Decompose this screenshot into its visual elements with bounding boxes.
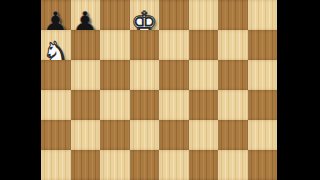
chess-board: ♚♟♟♚♞ [41,0,277,180]
square-f2[interactable] [189,150,219,180]
square-f3[interactable] [189,120,219,150]
square-b6[interactable] [71,30,101,60]
square-h6[interactable] [248,30,278,60]
square-d7[interactable]: ♚ [130,0,160,30]
square-c2[interactable] [100,150,130,180]
square-h7[interactable] [248,0,278,30]
square-c4[interactable] [100,90,130,120]
square-a5[interactable] [41,60,71,90]
square-c6[interactable] [100,30,130,60]
square-b7[interactable]: ♟ [71,0,101,30]
square-e3[interactable] [159,120,189,150]
square-c3[interactable] [100,120,130,150]
square-g6[interactable] [218,30,248,60]
square-d4[interactable] [130,90,160,120]
square-c7[interactable] [100,0,130,30]
square-h4[interactable] [248,90,278,120]
square-d5[interactable] [130,60,160,90]
square-a3[interactable] [41,120,71,150]
square-a6[interactable]: ♞ [41,30,71,60]
square-g7[interactable] [218,0,248,30]
square-g5[interactable] [218,60,248,90]
square-a2[interactable] [41,150,71,180]
letterbox-left [0,0,41,180]
letterbox-right [277,0,320,180]
square-h5[interactable] [248,60,278,90]
thumbnail-canvas: ♚♟♟♚♞ [0,0,320,180]
square-e6[interactable] [159,30,189,60]
square-h2[interactable] [248,150,278,180]
square-f4[interactable] [189,90,219,120]
square-e4[interactable] [159,90,189,120]
square-d3[interactable] [130,120,160,150]
square-c5[interactable] [100,60,130,90]
square-h3[interactable] [248,120,278,150]
square-g4[interactable] [218,90,248,120]
square-b4[interactable] [71,90,101,120]
square-f5[interactable] [189,60,219,90]
square-f7[interactable] [189,0,219,30]
square-a7[interactable]: ♟ [41,0,71,30]
square-d6[interactable] [130,30,160,60]
square-e2[interactable] [159,150,189,180]
square-g2[interactable] [218,150,248,180]
square-f6[interactable] [189,30,219,60]
square-b5[interactable] [71,60,101,90]
square-b3[interactable] [71,120,101,150]
square-e7[interactable] [159,0,189,30]
square-g3[interactable] [218,120,248,150]
square-b2[interactable] [71,150,101,180]
square-d2[interactable] [130,150,160,180]
square-e5[interactable] [159,60,189,90]
square-a4[interactable] [41,90,71,120]
